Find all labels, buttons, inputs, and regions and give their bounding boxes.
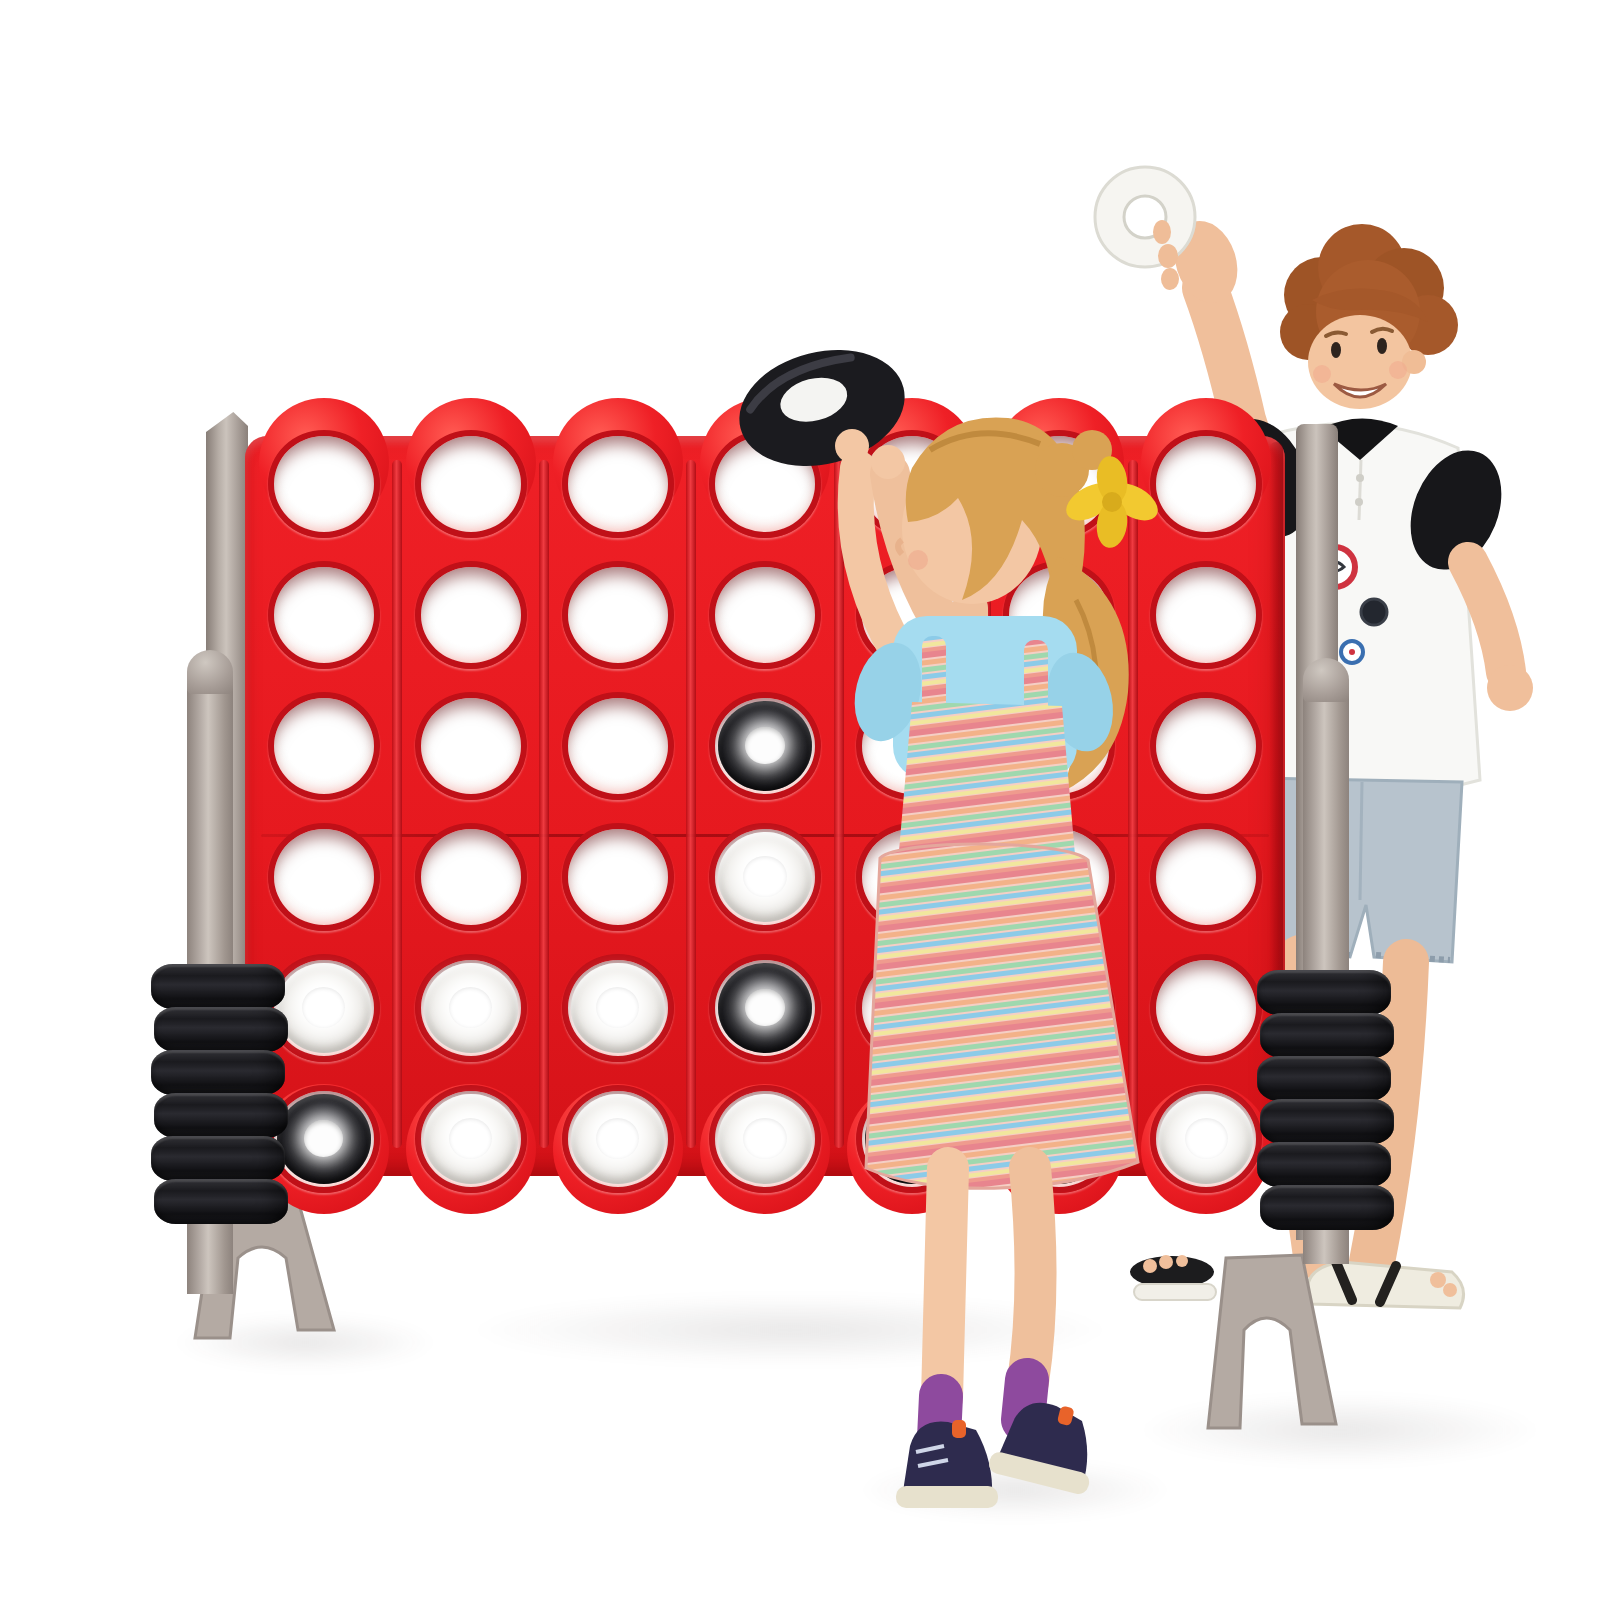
girl-dress-skirt xyxy=(866,844,1138,1188)
girl-leg-left xyxy=(942,1168,948,1398)
product-photo-scene xyxy=(0,0,1600,1600)
girl-dress-bodice xyxy=(898,702,1076,866)
girl-leg-right xyxy=(1028,1168,1036,1382)
girl-player xyxy=(0,0,1600,1600)
girl-hand-2 xyxy=(871,445,905,479)
girl-sneaker-left xyxy=(896,1420,998,1508)
girl-hand xyxy=(835,429,869,463)
girl-outfit xyxy=(845,616,1138,1188)
